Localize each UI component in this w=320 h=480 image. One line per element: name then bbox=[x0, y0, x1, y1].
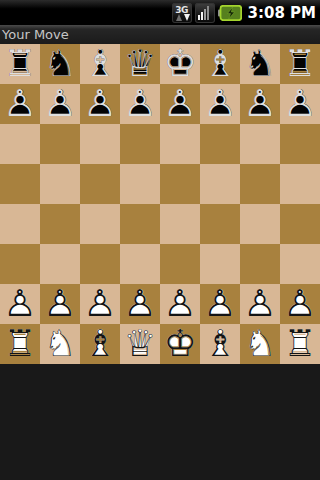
square-c6[interactable] bbox=[80, 124, 120, 164]
square-c8[interactable]: ♝♗ bbox=[80, 44, 120, 84]
square-d2[interactable]: ♟♙ bbox=[120, 284, 160, 324]
square-g3[interactable] bbox=[240, 244, 280, 284]
piece-white-pawn: ♟♙ bbox=[240, 284, 280, 324]
square-d3[interactable] bbox=[120, 244, 160, 284]
square-e6[interactable] bbox=[160, 124, 200, 164]
status-bar: 3G 3:08 PM bbox=[0, 0, 320, 25]
square-b3[interactable] bbox=[40, 244, 80, 284]
square-b1[interactable]: ♞♘ bbox=[40, 324, 80, 364]
phone-screen: 3G 3:08 PM Your Move ♜♖♞♘♝♗♛♕♚♔♝♗♞♘♜♖♟♙♟… bbox=[0, 0, 320, 480]
square-a7[interactable]: ♟♙ bbox=[0, 84, 40, 124]
square-d8[interactable]: ♛♕ bbox=[120, 44, 160, 84]
signal-strength-icon bbox=[195, 3, 215, 23]
piece-white-pawn: ♟♙ bbox=[160, 284, 200, 324]
square-h7[interactable]: ♟♙ bbox=[280, 84, 320, 124]
piece-black-rook: ♜♖ bbox=[0, 44, 40, 84]
piece-white-bishop: ♝♗ bbox=[80, 324, 120, 364]
square-e2[interactable]: ♟♙ bbox=[160, 284, 200, 324]
square-a8[interactable]: ♜♖ bbox=[0, 44, 40, 84]
square-f3[interactable] bbox=[200, 244, 240, 284]
status-clock: 3:08 PM bbox=[248, 4, 316, 22]
piece-white-rook: ♜♖ bbox=[280, 324, 320, 364]
chess-board: ♜♖♞♘♝♗♛♕♚♔♝♗♞♘♜♖♟♙♟♙♟♙♟♙♟♙♟♙♟♙♟♙♟♙♟♙♟♙♟♙… bbox=[0, 44, 320, 364]
square-e8[interactable]: ♚♔ bbox=[160, 44, 200, 84]
square-a5[interactable] bbox=[0, 164, 40, 204]
piece-white-knight: ♞♘ bbox=[240, 324, 280, 364]
square-f2[interactable]: ♟♙ bbox=[200, 284, 240, 324]
piece-black-queen: ♛♕ bbox=[120, 44, 160, 84]
square-g7[interactable]: ♟♙ bbox=[240, 84, 280, 124]
piece-white-pawn: ♟♙ bbox=[120, 284, 160, 324]
square-d6[interactable] bbox=[120, 124, 160, 164]
piece-white-knight: ♞♘ bbox=[40, 324, 80, 364]
piece-white-pawn: ♟♙ bbox=[280, 284, 320, 324]
piece-white-pawn: ♟♙ bbox=[0, 284, 40, 324]
piece-white-king: ♚♔ bbox=[160, 324, 200, 364]
square-c2[interactable]: ♟♙ bbox=[80, 284, 120, 324]
piece-black-bishop: ♝♗ bbox=[80, 44, 120, 84]
piece-black-pawn: ♟♙ bbox=[80, 84, 120, 124]
square-f4[interactable] bbox=[200, 204, 240, 244]
square-d7[interactable]: ♟♙ bbox=[120, 84, 160, 124]
piece-black-pawn: ♟♙ bbox=[40, 84, 80, 124]
piece-black-pawn: ♟♙ bbox=[0, 84, 40, 124]
square-d5[interactable] bbox=[120, 164, 160, 204]
square-a3[interactable] bbox=[0, 244, 40, 284]
square-a4[interactable] bbox=[0, 204, 40, 244]
piece-white-bishop: ♝♗ bbox=[200, 324, 240, 364]
square-h4[interactable] bbox=[280, 204, 320, 244]
bottom-panel bbox=[0, 364, 320, 480]
square-f8[interactable]: ♝♗ bbox=[200, 44, 240, 84]
square-h3[interactable] bbox=[280, 244, 320, 284]
square-h6[interactable] bbox=[280, 124, 320, 164]
piece-white-queen: ♛♕ bbox=[120, 324, 160, 364]
data-updown-arrows-icon bbox=[176, 14, 190, 21]
square-d1[interactable]: ♛♕ bbox=[120, 324, 160, 364]
piece-black-pawn: ♟♙ bbox=[240, 84, 280, 124]
square-f6[interactable] bbox=[200, 124, 240, 164]
piece-black-knight: ♞♘ bbox=[40, 44, 80, 84]
square-a2[interactable]: ♟♙ bbox=[0, 284, 40, 324]
square-h1[interactable]: ♜♖ bbox=[280, 324, 320, 364]
square-c7[interactable]: ♟♙ bbox=[80, 84, 120, 124]
square-g4[interactable] bbox=[240, 204, 280, 244]
download-arrow-icon bbox=[184, 14, 190, 21]
piece-white-pawn: ♟♙ bbox=[80, 284, 120, 324]
piece-black-king: ♚♔ bbox=[160, 44, 200, 84]
mobile-3g-data-icon: 3G bbox=[172, 3, 192, 23]
square-a1[interactable]: ♜♖ bbox=[0, 324, 40, 364]
square-e5[interactable] bbox=[160, 164, 200, 204]
square-h5[interactable] bbox=[280, 164, 320, 204]
square-f1[interactable]: ♝♗ bbox=[200, 324, 240, 364]
piece-black-pawn: ♟♙ bbox=[160, 84, 200, 124]
square-e4[interactable] bbox=[160, 204, 200, 244]
square-b4[interactable] bbox=[40, 204, 80, 244]
piece-black-rook: ♜♖ bbox=[280, 44, 320, 84]
signal-bars-icon bbox=[198, 6, 209, 20]
square-b5[interactable] bbox=[40, 164, 80, 204]
square-e1[interactable]: ♚♔ bbox=[160, 324, 200, 364]
square-d4[interactable] bbox=[120, 204, 160, 244]
square-g8[interactable]: ♞♘ bbox=[240, 44, 280, 84]
square-c1[interactable]: ♝♗ bbox=[80, 324, 120, 364]
battery-charging-icon bbox=[218, 5, 242, 21]
square-b6[interactable] bbox=[40, 124, 80, 164]
square-e3[interactable] bbox=[160, 244, 200, 284]
piece-white-rook: ♜♖ bbox=[0, 324, 40, 364]
upload-arrow-icon bbox=[176, 14, 182, 21]
square-g1[interactable]: ♞♘ bbox=[240, 324, 280, 364]
square-c5[interactable] bbox=[80, 164, 120, 204]
piece-white-pawn: ♟♙ bbox=[40, 284, 80, 324]
square-b2[interactable]: ♟♙ bbox=[40, 284, 80, 324]
piece-black-bishop: ♝♗ bbox=[200, 44, 240, 84]
square-b7[interactable]: ♟♙ bbox=[40, 84, 80, 124]
piece-white-pawn: ♟♙ bbox=[200, 284, 240, 324]
square-c4[interactable] bbox=[80, 204, 120, 244]
square-h8[interactable]: ♜♖ bbox=[280, 44, 320, 84]
square-c3[interactable] bbox=[80, 244, 120, 284]
piece-black-knight: ♞♘ bbox=[240, 44, 280, 84]
piece-black-pawn: ♟♙ bbox=[200, 84, 240, 124]
piece-black-pawn: ♟♙ bbox=[120, 84, 160, 124]
square-f5[interactable] bbox=[200, 164, 240, 204]
square-g5[interactable] bbox=[240, 164, 280, 204]
square-e7[interactable]: ♟♙ bbox=[160, 84, 200, 124]
square-f7[interactable]: ♟♙ bbox=[200, 84, 240, 124]
square-g2[interactable]: ♟♙ bbox=[240, 284, 280, 324]
piece-black-pawn: ♟♙ bbox=[280, 84, 320, 124]
square-h2[interactable]: ♟♙ bbox=[280, 284, 320, 324]
square-g6[interactable] bbox=[240, 124, 280, 164]
square-b8[interactable]: ♞♘ bbox=[40, 44, 80, 84]
square-a6[interactable] bbox=[0, 124, 40, 164]
